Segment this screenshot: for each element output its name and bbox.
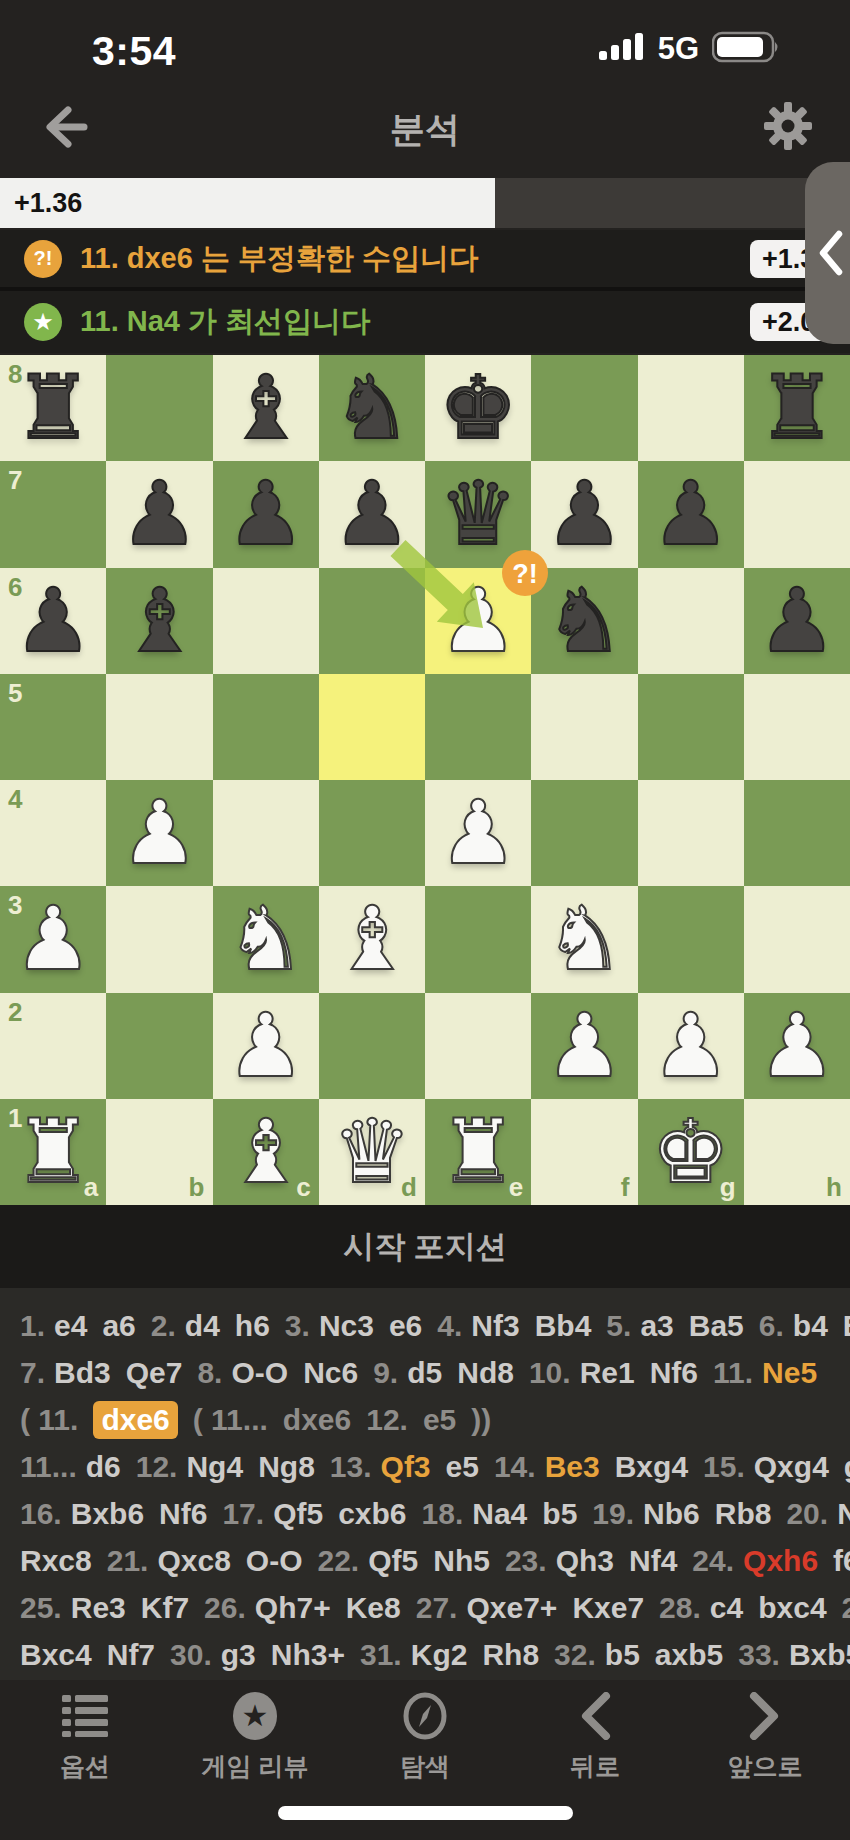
- rank-label-5: 5: [8, 678, 22, 709]
- piece-white-knight[interactable]: ♞: [213, 886, 319, 992]
- move-number: 17.: [222, 1497, 264, 1531]
- move-token[interactable]: Bb6: [843, 1309, 850, 1343]
- move-token[interactable]: d5: [407, 1356, 442, 1390]
- piece-black-rook[interactable]: ♜: [0, 355, 106, 461]
- move-token[interactable]: Qh3: [556, 1544, 614, 1578]
- move-token[interactable]: bxc4: [758, 1591, 826, 1625]
- move-line-4: 11...d612.Ng4Ng813.Qf3e514.Be3Bxg415.Qxg…: [20, 1443, 832, 1490]
- square-h3[interactable]: [744, 886, 850, 992]
- move-token[interactable]: b5: [605, 1638, 640, 1672]
- move-token[interactable]: g3: [221, 1638, 256, 1672]
- move-number: 13.: [330, 1450, 372, 1484]
- move-number: 9.: [373, 1356, 398, 1390]
- square-e5[interactable]: [425, 674, 531, 780]
- nav-label-game-review: 게임 리뷰: [202, 1750, 309, 1783]
- move-line-5: 16.Bxb6Nf617.Qf5cxb618.Na4b519.Nb6Rb820.…: [20, 1490, 832, 1537]
- best-move-notice-row: ★ 11. Na4 가 최선입니다 +2.0: [0, 291, 850, 353]
- square-d5[interactable]: [319, 674, 425, 780]
- explore-compass-icon: [401, 1692, 449, 1740]
- move-token[interactable]: ( 11.: [20, 1403, 78, 1437]
- square-b1[interactable]: b: [106, 1099, 212, 1205]
- move-token[interactable]: dxe6: [283, 1403, 351, 1437]
- move-number: 33.: [738, 1638, 780, 1672]
- square-c8[interactable]: ♝: [213, 355, 319, 461]
- piece-black-knight[interactable]: ♞: [531, 568, 637, 674]
- piece-white-king[interactable]: ♚: [638, 1099, 744, 1205]
- square-g2[interactable]: ♟: [638, 993, 744, 1099]
- move-token[interactable]: a6: [102, 1309, 135, 1343]
- move-number: 12.: [136, 1450, 178, 1484]
- square-e4[interactable]: ♟: [425, 780, 531, 886]
- move-token[interactable]: Nf6: [159, 1497, 207, 1531]
- file-label-h: h: [826, 1172, 842, 1203]
- move-line-8: Bxc4Nf730.g3Nh3+31.Kg2Rh832.b5axb533.Bxb…: [20, 1631, 832, 1678]
- move-token[interactable]: Kg2: [411, 1638, 468, 1672]
- move-token[interactable]: Rxc8: [20, 1544, 92, 1578]
- move-number: 7.: [20, 1356, 45, 1390]
- move-token[interactable]: O-O: [246, 1544, 303, 1578]
- status-icons: 5G: [599, 30, 782, 68]
- piece-black-pawn[interactable]: ♟: [213, 461, 319, 567]
- square-d3[interactable]: ♝: [319, 886, 425, 992]
- move-number: 10.: [529, 1356, 571, 1390]
- square-f8[interactable]: [531, 355, 637, 461]
- move-token[interactable]: Qxe7+: [466, 1591, 557, 1625]
- square-b7[interactable]: ♟: [106, 461, 212, 567]
- status-bar: 3:54 5G: [0, 0, 850, 90]
- square-h4[interactable]: [744, 780, 850, 886]
- move-token[interactable]: Ba5: [689, 1309, 744, 1343]
- move-number: 30.: [170, 1638, 212, 1672]
- move-token[interactable]: a3: [640, 1309, 673, 1343]
- square-e6[interactable]: ♟: [425, 568, 531, 674]
- best-move-star-icon: ★: [24, 303, 62, 341]
- square-f4[interactable]: [531, 780, 637, 886]
- move-token[interactable]: e5: [423, 1403, 456, 1437]
- square-b3[interactable]: [106, 886, 212, 992]
- square-f2[interactable]: ♟: [531, 993, 637, 1099]
- move-token[interactable]: Qxh6: [743, 1544, 818, 1578]
- move-token[interactable]: c4: [710, 1591, 743, 1625]
- move-number: 23.: [505, 1544, 547, 1578]
- piece-white-rook[interactable]: ♜: [425, 1099, 531, 1205]
- move-number: 15.: [703, 1450, 745, 1484]
- move-number: 31.: [360, 1638, 402, 1672]
- signal-strength-icon: [599, 31, 645, 67]
- piece-white-pawn[interactable]: ♟: [638, 993, 744, 1099]
- move-number: 32.: [554, 1638, 596, 1672]
- square-e3[interactable]: [425, 886, 531, 992]
- file-label-f: f: [621, 1172, 630, 1203]
- move-number: 5.: [606, 1309, 631, 1343]
- battery-icon: [712, 30, 782, 68]
- piece-black-pawn[interactable]: ♟: [106, 461, 212, 567]
- move-line-7: 25.Re3Kf726.Qh7+Ke827.Qxe7+Kxe728.c4bxc4…: [20, 1584, 832, 1631]
- square-d6[interactable]: [319, 568, 425, 674]
- collapse-chevron-icon: [815, 229, 845, 277]
- square-a7[interactable]: 7: [0, 461, 106, 567]
- move-token[interactable]: Bxb5: [789, 1638, 850, 1672]
- settings-gear-icon[interactable]: [762, 100, 814, 152]
- move-token[interactable]: e6: [389, 1309, 422, 1343]
- square-h6[interactable]: ♟: [744, 568, 850, 674]
- piece-black-pawn[interactable]: ♟: [319, 461, 425, 567]
- move-number: 6.: [759, 1309, 784, 1343]
- move-number: 11.: [713, 1356, 753, 1390]
- piece-white-rook[interactable]: ♜: [0, 1099, 106, 1205]
- nav-item-explore[interactable]: 탐색: [350, 1692, 500, 1783]
- square-g1[interactable]: g♚: [638, 1099, 744, 1205]
- inaccuracy-notice-row: ?! 11. dxe6 는 부정확한 수입니다 +1.3: [0, 230, 850, 287]
- piece-white-pawn[interactable]: ♟: [106, 780, 212, 886]
- move-token[interactable]: Re1: [580, 1356, 635, 1390]
- square-c4[interactable]: [213, 780, 319, 886]
- square-d7[interactable]: ♟: [319, 461, 425, 567]
- move-number: 3.: [285, 1309, 310, 1343]
- move-token[interactable]: Nc8: [837, 1497, 850, 1531]
- move-token[interactable]: e5: [446, 1450, 479, 1484]
- square-e2[interactable]: [425, 993, 531, 1099]
- nav-item-options[interactable]: 옵션: [10, 1692, 160, 1783]
- square-f5[interactable]: [531, 674, 637, 780]
- square-h8[interactable]: ♜: [744, 355, 850, 461]
- move-token[interactable]: Nc3: [319, 1309, 374, 1343]
- svg-text:★: ★: [242, 1699, 269, 1732]
- move-number: 27.: [416, 1591, 458, 1625]
- piece-black-bishop[interactable]: ♝: [213, 355, 319, 461]
- move-token[interactable]: b5: [542, 1497, 577, 1531]
- move-line-2: 7.Bd3Qe78.O-ONc69.d5Nd810.Re1Nf611.Ne5: [20, 1349, 832, 1396]
- square-g4[interactable]: [638, 780, 744, 886]
- square-g8[interactable]: [638, 355, 744, 461]
- piece-white-pawn[interactable]: ♟: [425, 568, 531, 674]
- piece-black-bishop[interactable]: ♝: [106, 568, 212, 674]
- phone-screen: 3:54 5G 분석: [0, 0, 850, 1840]
- square-h1[interactable]: h: [744, 1099, 850, 1205]
- piece-black-pawn[interactable]: ♟: [0, 568, 106, 674]
- move-token[interactable]: Nf3: [471, 1309, 519, 1343]
- piece-black-pawn[interactable]: ♟: [744, 568, 850, 674]
- options-list-icon: [62, 1692, 108, 1740]
- nav-header: 분석: [0, 90, 850, 170]
- square-c6[interactable]: [213, 568, 319, 674]
- move-token[interactable]: Ke8: [346, 1591, 401, 1625]
- square-a8[interactable]: 8♜: [0, 355, 106, 461]
- square-c1[interactable]: c♝: [213, 1099, 319, 1205]
- moves-panel-header: 시작 포지션: [0, 1205, 850, 1288]
- move-token[interactable]: ( 11...: [193, 1403, 268, 1437]
- piece-white-queen[interactable]: ♛: [319, 1099, 425, 1205]
- square-g3[interactable]: [638, 886, 744, 992]
- move-token[interactable]: Qf5: [273, 1497, 323, 1531]
- piece-black-knight[interactable]: ♞: [319, 355, 425, 461]
- square-a4[interactable]: 4: [0, 780, 106, 886]
- side-panel-handle[interactable]: [805, 162, 850, 344]
- move-number: 29.: [842, 1591, 850, 1625]
- move-token[interactable]: Ne5: [762, 1356, 817, 1390]
- square-c2[interactable]: ♟: [213, 993, 319, 1099]
- move-number: 16.: [20, 1497, 62, 1531]
- move-token[interactable]: d4: [185, 1309, 220, 1343]
- square-a5[interactable]: 5: [0, 674, 106, 780]
- move-token[interactable]: Nh5: [433, 1544, 490, 1578]
- move-token[interactable]: Qe7: [126, 1356, 183, 1390]
- move-number: 8.: [197, 1356, 222, 1390]
- move-token[interactable]: h6: [235, 1309, 270, 1343]
- square-f6[interactable]: ♞: [531, 568, 637, 674]
- square-g5[interactable]: [638, 674, 744, 780]
- square-h2[interactable]: ♟: [744, 993, 850, 1099]
- nav-label-forward: 앞으로: [728, 1750, 803, 1783]
- move-token[interactable]: Rb8: [715, 1497, 772, 1531]
- move-token[interactable]: cxb6: [338, 1497, 406, 1531]
- square-a3[interactable]: 3♟: [0, 886, 106, 992]
- square-c3[interactable]: ♞: [213, 886, 319, 992]
- move-token[interactable]: Kf7: [141, 1591, 189, 1625]
- piece-white-pawn[interactable]: ♟: [744, 993, 850, 1099]
- inaccuracy-icon: ?!: [24, 240, 62, 278]
- piece-white-pawn[interactable]: ♟: [425, 780, 531, 886]
- move-token[interactable]: d6: [86, 1450, 121, 1484]
- move-token[interactable]: axb5: [655, 1638, 723, 1672]
- piece-white-pawn[interactable]: ♟: [0, 886, 106, 992]
- move-number: 26.: [204, 1591, 246, 1625]
- evaluation-value: +1.36: [0, 188, 82, 219]
- page-title: 분석: [0, 106, 850, 153]
- square-b6[interactable]: ♝: [106, 568, 212, 674]
- piece-white-bishop[interactable]: ♝: [319, 886, 425, 992]
- square-e1[interactable]: e♜: [425, 1099, 531, 1205]
- piece-white-bishop[interactable]: ♝: [213, 1099, 319, 1205]
- clock-time: 3:54: [92, 28, 176, 75]
- move-number: 14.: [494, 1450, 536, 1484]
- move-token[interactable]: Qxg4: [754, 1450, 829, 1484]
- home-indicator[interactable]: [278, 1806, 573, 1820]
- move-token[interactable]: Nh3+: [271, 1638, 345, 1672]
- move-token[interactable]: Kxe7: [572, 1591, 644, 1625]
- move-number: 28.: [659, 1591, 701, 1625]
- square-d2[interactable]: [319, 993, 425, 1099]
- piece-black-pawn[interactable]: ♟: [531, 461, 637, 567]
- nav-label-options: 옵션: [60, 1750, 110, 1783]
- move-number: 11...: [20, 1450, 77, 1484]
- move-token[interactable]: Be3: [545, 1450, 600, 1484]
- square-b2[interactable]: [106, 993, 212, 1099]
- rank-label-7: 7: [8, 465, 22, 496]
- piece-black-queen[interactable]: ♛: [425, 461, 531, 567]
- best-move-notice-text: 11. Na4 가 최선입니다: [80, 302, 370, 342]
- square-g6[interactable]: [638, 568, 744, 674]
- move-line-3: ( 11.dxe6( 11...dxe612.e5)): [20, 1396, 832, 1443]
- piece-white-pawn[interactable]: ♟: [213, 993, 319, 1099]
- rank-label-4: 4: [8, 784, 22, 815]
- move-token[interactable]: Nc6: [303, 1356, 358, 1390]
- move-token[interactable]: Nf4: [629, 1544, 677, 1578]
- move-token[interactable]: Re3: [71, 1591, 126, 1625]
- square-b5[interactable]: [106, 674, 212, 780]
- square-f3[interactable]: ♞: [531, 886, 637, 992]
- square-g7[interactable]: ♟: [638, 461, 744, 567]
- file-label-b: b: [189, 1172, 205, 1203]
- evaluation-bar: +1.36: [0, 178, 850, 228]
- move-token[interactable]: e4: [54, 1309, 87, 1343]
- move-number: 21.: [107, 1544, 149, 1578]
- piece-white-knight[interactable]: ♞: [531, 886, 637, 992]
- piece-black-king[interactable]: ♚: [425, 355, 531, 461]
- move-token[interactable]: Nd8: [457, 1356, 514, 1390]
- move-token[interactable]: Bxg4: [615, 1450, 688, 1484]
- move-number: 18.: [422, 1497, 464, 1531]
- move-list: 1.e4a62.d4h63.Nc3e64.Nf3Bb45.a3Ba56.b4Bb…: [0, 1288, 850, 1680]
- move-token[interactable]: Nf7: [107, 1638, 155, 1672]
- inaccuracy-notice-text: 11. dxe6 는 부정확한 수입니다: [80, 239, 478, 279]
- square-a1[interactable]: 1a♜: [0, 1099, 106, 1205]
- back-chevron-icon: [578, 1692, 612, 1740]
- nav-label-explore: 탐색: [400, 1750, 450, 1783]
- square-a6[interactable]: 6♟: [0, 568, 106, 674]
- move-token[interactable]: Bxc4: [20, 1638, 92, 1672]
- move-token[interactable]: Ng4: [186, 1450, 243, 1484]
- forward-chevron-icon: [748, 1692, 782, 1740]
- square-f1[interactable]: f: [531, 1099, 637, 1205]
- nav-label-back: 뒤로: [570, 1750, 620, 1783]
- move-token[interactable]: g5: [844, 1450, 850, 1484]
- nav-item-back[interactable]: 뒤로: [520, 1692, 670, 1783]
- move-token[interactable]: Nf6: [650, 1356, 698, 1390]
- square-d1[interactable]: d♛: [319, 1099, 425, 1205]
- move-token[interactable]: dxe6: [93, 1401, 177, 1439]
- move-token[interactable]: Rh8: [482, 1638, 539, 1672]
- move-line-1: 1.e4a62.d4h63.Nc3e64.Nf3Bb45.a3Ba56.b4Bb…: [20, 1302, 832, 1349]
- game-review-star-icon: ★: [231, 1692, 279, 1740]
- move-number: 20.: [786, 1497, 828, 1531]
- move-token[interactable]: Bb4: [535, 1309, 592, 1343]
- move-number: 4.: [437, 1309, 462, 1343]
- square-b4[interactable]: ♟: [106, 780, 212, 886]
- move-token[interactable]: Qf5: [368, 1544, 418, 1578]
- piece-white-pawn[interactable]: ♟: [531, 993, 637, 1099]
- move-token[interactable]: Na4: [472, 1497, 527, 1531]
- move-token[interactable]: f6: [833, 1544, 850, 1578]
- move-number: 22.: [318, 1544, 360, 1578]
- move-token[interactable]: Qf3: [381, 1450, 431, 1484]
- chess-board: 8♜♝♞♚♜7♟♟♟♛♟♟6♟♝♟♞♟54♟♟3♟♞♝♞2♟♟♟♟1a♜bc♝d…: [0, 355, 850, 1205]
- piece-black-pawn[interactable]: ♟: [638, 461, 744, 567]
- square-c7[interactable]: ♟: [213, 461, 319, 567]
- square-d4[interactable]: [319, 780, 425, 886]
- network-type-label: 5G: [658, 31, 699, 67]
- move-token[interactable]: Bd3: [54, 1356, 111, 1390]
- square-h5[interactable]: [744, 674, 850, 780]
- move-token[interactable]: Qh7+: [255, 1591, 331, 1625]
- move-number: 24.: [692, 1544, 734, 1578]
- rank-label-2: 2: [8, 997, 22, 1028]
- square-e8[interactable]: ♚: [425, 355, 531, 461]
- nav-item-forward[interactable]: 앞으로: [690, 1692, 840, 1783]
- move-number: 19.: [592, 1497, 634, 1531]
- move-token[interactable]: Bxb6: [71, 1497, 144, 1531]
- move-number: 1.: [20, 1309, 45, 1343]
- square-f7[interactable]: ♟: [531, 461, 637, 567]
- square-h7[interactable]: [744, 461, 850, 567]
- move-token[interactable]: Qxc8: [157, 1544, 230, 1578]
- move-token[interactable]: b4: [793, 1309, 828, 1343]
- move-token[interactable]: 12.: [366, 1403, 408, 1437]
- square-c5[interactable]: [213, 674, 319, 780]
- move-token[interactable]: O-O: [231, 1356, 288, 1390]
- square-e7[interactable]: ♛: [425, 461, 531, 567]
- piece-black-rook[interactable]: ♜: [744, 355, 850, 461]
- move-number: 25.: [20, 1591, 62, 1625]
- move-token[interactable]: Ng8: [258, 1450, 315, 1484]
- move-number: 2.: [151, 1309, 176, 1343]
- nav-item-game-review[interactable]: ★ 게임 리뷰: [180, 1692, 330, 1783]
- move-line-6: Rxc821.Qxc8O-O22.Qf5Nh523.Qh3Nf424.Qxh6f…: [20, 1537, 832, 1584]
- move-token[interactable]: Nb6: [643, 1497, 700, 1531]
- square-d8[interactable]: ♞: [319, 355, 425, 461]
- square-b8[interactable]: [106, 355, 212, 461]
- move-token[interactable]: )): [471, 1403, 491, 1437]
- square-a2[interactable]: 2: [0, 993, 106, 1099]
- evaluation-bar-white-portion: +1.36: [0, 178, 495, 228]
